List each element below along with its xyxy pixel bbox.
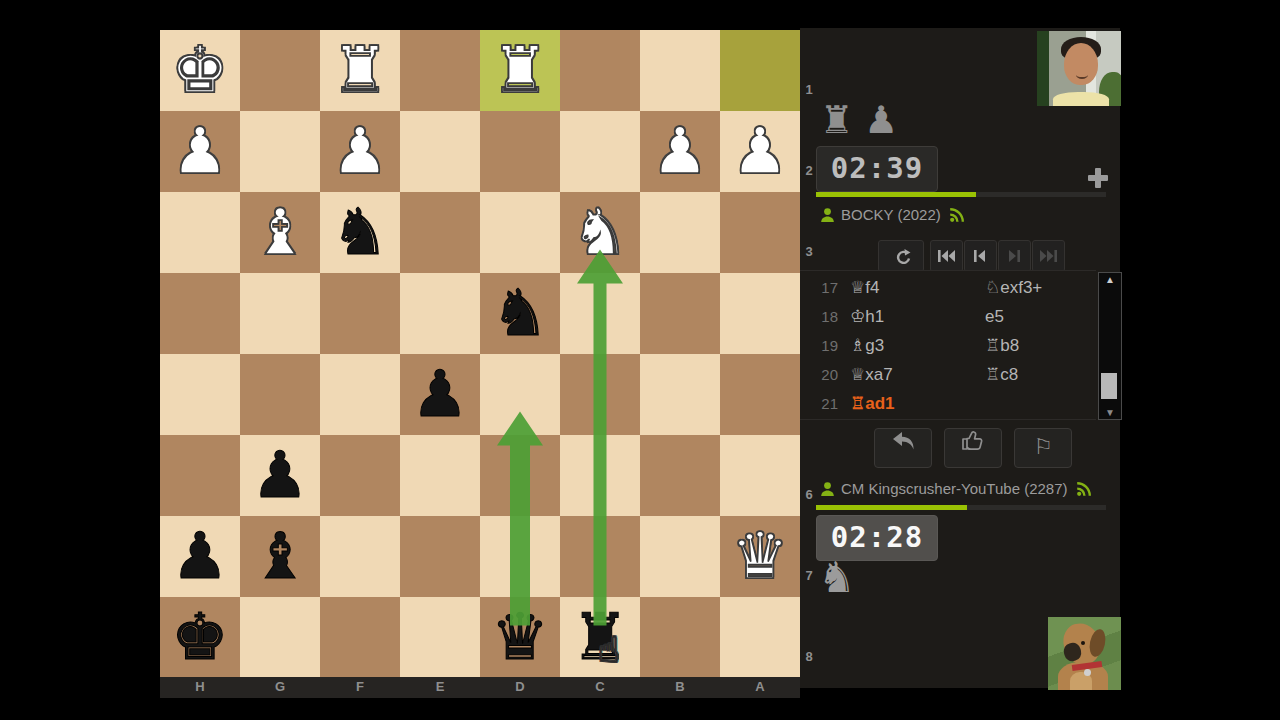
square-f8[interactable] <box>320 597 400 678</box>
broadcast-icon <box>949 207 965 223</box>
rank-label-3: 3 <box>803 244 815 259</box>
square-c6[interactable] <box>560 435 640 516</box>
piece-white-rook: ♜ <box>320 30 400 111</box>
square-e2[interactable] <box>400 111 480 192</box>
square-h5[interactable] <box>160 354 240 435</box>
square-g3[interactable]: ♝ <box>240 192 320 273</box>
file-label-f: F <box>320 677 400 698</box>
square-d8[interactable]: ♛ <box>480 597 560 678</box>
square-a1[interactable] <box>720 30 800 111</box>
rank-label-7: 7 <box>803 568 815 583</box>
move-white-17[interactable]: ♕f4 <box>850 273 975 302</box>
piece-white-king: ♚ <box>160 30 240 111</box>
square-b7[interactable] <box>640 516 720 597</box>
captured-pieces-bottom: ♞ <box>818 556 856 600</box>
square-f4[interactable] <box>320 273 400 354</box>
player-top[interactable]: BOCKY (2022) <box>820 206 965 228</box>
move-row-20: 20♕xa7♖c8 <box>800 360 1096 389</box>
next-icon <box>1005 248 1024 264</box>
square-g7[interactable]: ♝ <box>240 516 320 597</box>
clock-progress-bottom <box>816 505 1106 510</box>
move-black-19[interactable]: ♖b8 <box>985 331 1090 360</box>
file-label-b: B <box>640 677 720 698</box>
square-d6[interactable] <box>480 435 560 516</box>
square-e4[interactable] <box>400 273 480 354</box>
move-row-19: 19♗g3♖b8 <box>800 331 1096 360</box>
last-icon <box>1039 248 1058 264</box>
move-number: 21 <box>808 389 838 418</box>
cycle-icon <box>892 248 911 264</box>
square-b6[interactable] <box>640 435 720 516</box>
square-d5[interactable] <box>480 354 560 435</box>
piece-white-knight: ♞ <box>560 192 640 273</box>
square-g4[interactable] <box>240 273 320 354</box>
square-e7[interactable] <box>400 516 480 597</box>
piece-black-king: ♚ <box>160 597 240 678</box>
prev-icon <box>971 248 990 264</box>
move-white-21[interactable]: ♖ad1 <box>850 389 975 418</box>
square-d4[interactable]: ♞ <box>480 273 560 354</box>
piece-white-pawn: ♟ <box>640 111 720 192</box>
move-number: 19 <box>808 331 838 360</box>
piece-white-pawn: ♟ <box>320 111 400 192</box>
player-top-name: BOCKY (2022) <box>841 206 941 223</box>
square-a4[interactable] <box>720 273 800 354</box>
file-label-e: E <box>400 677 480 698</box>
file-label-c: C <box>560 677 640 698</box>
move-black-18[interactable]: e5 <box>985 302 1090 331</box>
move-number: 17 <box>808 273 838 302</box>
square-a2[interactable]: ♟ <box>720 111 800 192</box>
square-f3[interactable]: ♞ <box>320 192 400 273</box>
square-a7[interactable]: ♛ <box>720 516 800 597</box>
plus-icon <box>1084 164 1112 192</box>
square-c3[interactable]: ♞ <box>560 192 640 273</box>
piece-white-queen: ♛ <box>720 516 800 597</box>
square-h8[interactable]: ♚ <box>160 597 240 678</box>
piece-black-pawn: ♟ <box>240 435 320 516</box>
square-g5[interactable] <box>240 354 320 435</box>
square-b8[interactable] <box>640 597 720 678</box>
square-f7[interactable] <box>320 516 400 597</box>
square-e3[interactable] <box>400 192 480 273</box>
square-f2[interactable]: ♟ <box>320 111 400 192</box>
file-label-h: H <box>160 677 240 698</box>
square-c2[interactable] <box>560 111 640 192</box>
piece-white-bishop: ♝ <box>240 192 320 273</box>
move-row-21: 21♖ad1 <box>800 389 1096 418</box>
prev-move-button[interactable] <box>964 240 997 272</box>
game-sidebar: 12345678 ♜♟ 02:39 BOCKY (2022) 17♕f4♘exf… <box>800 28 1120 688</box>
last-move-button[interactable] <box>1032 240 1065 272</box>
first-move-button[interactable] <box>930 240 963 272</box>
webcam-person-shirt <box>1053 92 1109 106</box>
square-c5[interactable] <box>560 354 640 435</box>
square-b3[interactable] <box>640 192 720 273</box>
clock-progress-top <box>816 192 1106 197</box>
move-white-19[interactable]: ♗g3 <box>850 331 975 360</box>
move-black-17[interactable]: ♘exf3+ <box>985 273 1090 302</box>
square-b2[interactable]: ♟ <box>640 111 720 192</box>
move-black-20[interactable]: ♖c8 <box>985 360 1090 389</box>
square-c7[interactable] <box>560 516 640 597</box>
square-g8[interactable] <box>240 597 320 678</box>
user-icon <box>820 207 835 223</box>
square-a3[interactable] <box>720 192 800 273</box>
square-c1[interactable] <box>560 30 640 111</box>
file-label-g: G <box>240 677 320 698</box>
square-b4[interactable] <box>640 273 720 354</box>
piece-black-knight: ♞ <box>480 273 560 354</box>
square-e5[interactable]: ♟ <box>400 354 480 435</box>
player-bottom-name: CM Kingscrusher-YouTube (2287) <box>841 480 1068 497</box>
thumbs-up-button[interactable] <box>944 428 1002 468</box>
resign-flag-button[interactable]: ⚐ <box>1014 428 1072 468</box>
flag-icon: ⚐ <box>1033 434 1053 459</box>
move-list: 17♕f4♘exf3+18♔h1e519♗g3♖b820♕xa7♖c821♖ad… <box>800 270 1096 420</box>
file-label-a: A <box>720 677 800 698</box>
square-d2[interactable] <box>480 111 560 192</box>
thumbs-up-icon <box>960 429 986 453</box>
dog-eye <box>1081 641 1085 645</box>
square-g1[interactable] <box>240 30 320 111</box>
piece-white-pawn: ♟ <box>160 111 240 192</box>
broadcast-icon <box>1076 481 1092 497</box>
square-f6[interactable] <box>320 435 400 516</box>
square-b1[interactable] <box>640 30 720 111</box>
square-h7[interactable]: ♟ <box>160 516 240 597</box>
piece-black-bishop: ♝ <box>240 516 320 597</box>
move-number: 18 <box>808 302 838 331</box>
takeback-button[interactable] <box>874 428 932 468</box>
square-h2[interactable]: ♟ <box>160 111 240 192</box>
scroll-up-arrow[interactable]: ▲ <box>1099 274 1121 285</box>
square-g2[interactable] <box>240 111 320 192</box>
square-a8[interactable] <box>720 597 800 678</box>
square-d7[interactable] <box>480 516 560 597</box>
square-d1[interactable]: ♜ <box>480 30 560 111</box>
webcam-person-smile <box>1076 71 1088 79</box>
rank-label-6: 6 <box>803 487 815 502</box>
square-a5[interactable] <box>720 354 800 435</box>
piece-black-knight: ♞ <box>320 192 400 273</box>
move-white-20[interactable]: ♕xa7 <box>850 360 975 389</box>
captured-pieces-top: ♜♟ <box>820 100 908 140</box>
square-g6[interactable]: ♟ <box>240 435 320 516</box>
square-h4[interactable] <box>160 273 240 354</box>
square-f5[interactable] <box>320 354 400 435</box>
dog-photo <box>1048 617 1121 690</box>
square-e8[interactable] <box>400 597 480 678</box>
chess-board[interactable]: ♚♜♜♟♟♟♟♝♞♞♞♟♟♟♝♛♚♛♜ <box>160 30 800 678</box>
player-bottom[interactable]: CM Kingscrusher-YouTube (2287) <box>820 480 1092 502</box>
piece-black-pawn: ♟ <box>160 516 240 597</box>
hand-cursor-icon: ☝ <box>598 629 620 670</box>
rank-label-8: 8 <box>803 649 815 664</box>
move-row-17: 17♕f4♘exf3+ <box>800 273 1096 302</box>
first-icon <box>937 248 956 264</box>
cycle-move-button[interactable] <box>878 240 924 272</box>
move-list-scrollbar[interactable]: ▲ ▼ <box>1098 272 1122 420</box>
square-a6[interactable] <box>720 435 800 516</box>
square-c4[interactable] <box>560 273 640 354</box>
square-d3[interactable] <box>480 192 560 273</box>
clock-top: 02:39 <box>816 146 938 192</box>
square-b5[interactable] <box>640 354 720 435</box>
move-white-18[interactable]: ♔h1 <box>850 302 975 331</box>
piece-black-queen: ♛ <box>480 597 560 678</box>
scroll-down-arrow[interactable]: ▼ <box>1099 407 1121 418</box>
move-number: 20 <box>808 360 838 389</box>
square-e6[interactable] <box>400 435 480 516</box>
move-row-18: 18♔h1e5 <box>800 302 1096 331</box>
rank-label-1: 1 <box>803 82 815 97</box>
user-icon <box>820 481 835 497</box>
square-h1[interactable]: ♚ <box>160 30 240 111</box>
scrollbar-thumb[interactable] <box>1101 373 1117 399</box>
square-h6[interactable] <box>160 435 240 516</box>
undo-arrow-icon <box>889 429 917 453</box>
square-e1[interactable] <box>400 30 480 111</box>
presenter-webcam-video <box>1037 31 1121 106</box>
piece-black-pawn: ♟ <box>400 354 480 435</box>
piece-white-rook: ♜ <box>480 30 560 111</box>
piece-white-pawn: ♟ <box>720 111 800 192</box>
page: { "game": "chess", "site_theme": "liches… <box>0 0 1280 720</box>
next-move-button[interactable] <box>998 240 1031 272</box>
file-label-d: D <box>480 677 560 698</box>
square-h3[interactable] <box>160 192 240 273</box>
add-time-button[interactable] <box>1084 164 1112 192</box>
file-coordinates: HGFEDCBA <box>160 677 800 698</box>
rank-label-2: 2 <box>803 163 815 178</box>
dog-collar-tag <box>1084 669 1091 676</box>
square-f1[interactable]: ♜ <box>320 30 400 111</box>
